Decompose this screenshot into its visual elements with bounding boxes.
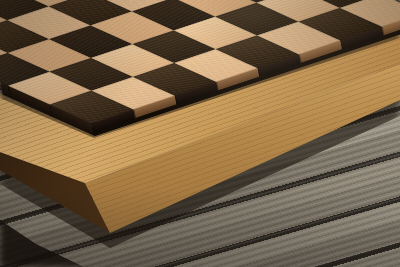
photo-scene [0, 0, 400, 267]
